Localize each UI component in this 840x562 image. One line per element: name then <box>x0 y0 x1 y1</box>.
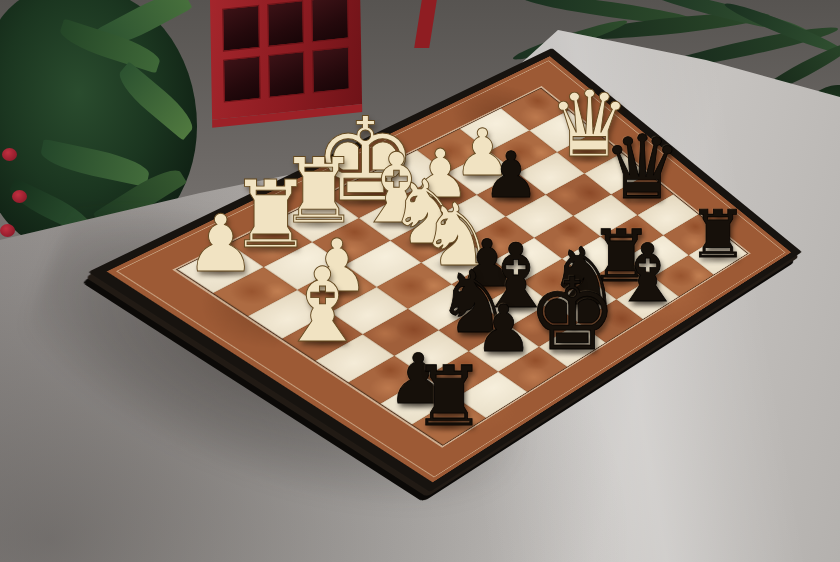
piece-white-pawn-h1[interactable]: ♟ <box>185 205 256 284</box>
piece-black-rook-a8[interactable]: ♜ <box>689 202 748 268</box>
photo-stage: ♚♜♜♟♟♟♝♛♞♟♞♝♚♜♜♝♜♞♟♟♝♞♛♟♟ <box>0 0 840 562</box>
piece-black-queen-a5[interactable]: ♛ <box>603 124 682 212</box>
piece-black-king-e8[interactable]: ♚ <box>528 265 618 365</box>
piece-white-bishop-h4[interactable]: ♝ <box>276 254 368 357</box>
piece-black-bishop-c8[interactable]: ♝ <box>612 234 684 314</box>
piece-black-rook-h8[interactable]: ♜ <box>412 355 486 438</box>
